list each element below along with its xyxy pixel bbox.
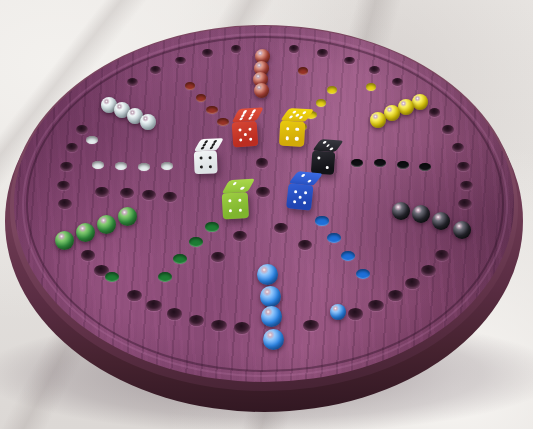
red-home-hole <box>185 82 196 89</box>
track-hole <box>234 322 250 333</box>
green-marble[interactable] <box>118 207 137 226</box>
inner-hole <box>163 192 176 202</box>
yellow-marble[interactable] <box>370 112 386 128</box>
track-hole <box>442 125 454 134</box>
black-die-front-face <box>310 150 335 175</box>
red-die-pip <box>237 128 240 131</box>
blue-home-hole <box>341 251 355 261</box>
red-die-pip <box>247 127 250 130</box>
green-marble[interactable] <box>76 223 95 242</box>
black-die-pip <box>328 147 333 150</box>
yellow-home-hole <box>316 99 327 107</box>
black-marble[interactable] <box>453 221 471 239</box>
blue-die-pip <box>306 180 312 183</box>
inner-hole <box>274 223 288 233</box>
red-die-pip <box>243 132 246 135</box>
track-hole <box>231 45 241 53</box>
red-die-pip <box>238 117 243 121</box>
inner-hole <box>256 158 269 167</box>
scene-photo <box>0 0 533 429</box>
track-hole <box>429 108 441 116</box>
green-die-pip <box>238 198 242 202</box>
red-home-hole <box>196 94 207 102</box>
green-marble[interactable] <box>55 231 74 250</box>
yellow-die-pip <box>287 116 292 119</box>
white-marble[interactable] <box>140 114 156 130</box>
inner-hole <box>298 240 312 250</box>
blue-die-pip <box>293 190 297 194</box>
track-hole <box>435 250 449 260</box>
green-die-pip <box>232 181 237 185</box>
red-die-front-face <box>231 121 258 148</box>
yellow-die-pip <box>294 137 297 140</box>
yellow-marble[interactable] <box>398 99 414 115</box>
blue-die-pip <box>298 195 302 199</box>
track-hole <box>348 308 363 319</box>
black-marble[interactable] <box>392 202 410 220</box>
track-hole <box>452 143 464 152</box>
green-home-hole <box>173 254 187 264</box>
blue-marble[interactable] <box>263 329 284 350</box>
track-hole <box>58 199 71 209</box>
yellow-start-hole <box>366 83 377 90</box>
blue-die-pip <box>303 191 307 195</box>
track-hole <box>458 199 471 209</box>
track-hole <box>460 181 473 190</box>
black-marble[interactable] <box>432 212 450 230</box>
track-hole <box>81 250 95 260</box>
red-die-pip <box>238 138 241 141</box>
track-hole <box>388 290 403 301</box>
track-hole <box>317 49 328 57</box>
white-die-pip <box>199 156 202 159</box>
yellow-die-pip <box>301 111 306 114</box>
track-hole <box>146 300 161 311</box>
blue-marble[interactable] <box>260 286 281 307</box>
yellow-die[interactable] <box>270 107 307 147</box>
blue-die[interactable] <box>277 169 316 210</box>
white-die-pip <box>208 145 213 148</box>
track-hole <box>303 320 319 331</box>
track-hole <box>76 125 88 134</box>
track-hole <box>211 320 227 331</box>
inner-hole <box>120 188 133 197</box>
red-start-hole <box>298 67 308 74</box>
white-start-hole <box>86 136 98 144</box>
black-die-pip <box>325 166 328 169</box>
white-die-front-face <box>193 150 217 174</box>
green-start-hole <box>105 272 119 282</box>
yellow-die-pip <box>285 136 288 139</box>
white-die-pip <box>200 146 205 149</box>
red-die-pip <box>248 137 251 140</box>
green-die-pip <box>228 199 232 203</box>
track-hole <box>344 57 355 65</box>
white-die-pip <box>199 165 202 168</box>
green-home-hole <box>205 222 218 231</box>
white-die-pip <box>208 165 211 168</box>
inner-hole <box>256 187 269 196</box>
yellow-marble[interactable] <box>412 94 428 110</box>
black-marble[interactable] <box>412 205 430 223</box>
black-die[interactable] <box>301 137 336 174</box>
blue-home-hole <box>327 233 340 242</box>
green-home-hole <box>189 237 203 246</box>
white-die-pip <box>208 156 211 159</box>
blue-home-hole <box>356 269 370 279</box>
green-home-hole <box>158 272 172 282</box>
red-die[interactable] <box>221 108 259 148</box>
yellow-marble[interactable] <box>384 105 400 121</box>
track-hole <box>289 45 299 53</box>
track-hole <box>167 308 182 319</box>
black-die-pip <box>325 144 330 147</box>
blue-die-front-face <box>286 183 313 210</box>
track-hole <box>60 162 73 171</box>
yellow-die-front-face <box>279 121 305 147</box>
blue-home-hole <box>315 216 328 225</box>
yellow-home-hole <box>327 86 338 94</box>
track-hole <box>150 66 161 74</box>
blue-die-pip <box>299 174 305 177</box>
green-marble[interactable] <box>97 215 116 234</box>
black-die-pip <box>317 156 320 159</box>
track-hole <box>368 300 383 311</box>
blue-die-pip <box>292 200 296 204</box>
track-hole <box>421 265 436 276</box>
white-die[interactable] <box>184 138 218 174</box>
yellow-die-pip <box>297 116 302 119</box>
green-die[interactable] <box>212 179 250 220</box>
green-die-pip <box>239 208 243 212</box>
track-hole <box>202 49 213 57</box>
red-die-pip <box>247 116 252 120</box>
green-die-pip <box>229 209 233 213</box>
blue-marble[interactable] <box>257 264 278 285</box>
red-home-hole <box>206 106 217 114</box>
black-die-pip <box>322 141 327 144</box>
track-hole <box>175 57 186 65</box>
red-marble[interactable] <box>254 83 269 98</box>
inner-hole <box>95 187 108 196</box>
green-die-pip <box>239 186 244 190</box>
blue-track-marble[interactable] <box>330 304 346 320</box>
yellow-die-pip <box>295 127 298 130</box>
inner-hole <box>142 190 155 200</box>
inner-hole <box>233 231 247 241</box>
blue-die-pip <box>302 201 306 205</box>
green-die-front-face <box>222 192 249 219</box>
blue-marble[interactable] <box>261 306 282 327</box>
yellow-die-pip <box>285 127 288 130</box>
